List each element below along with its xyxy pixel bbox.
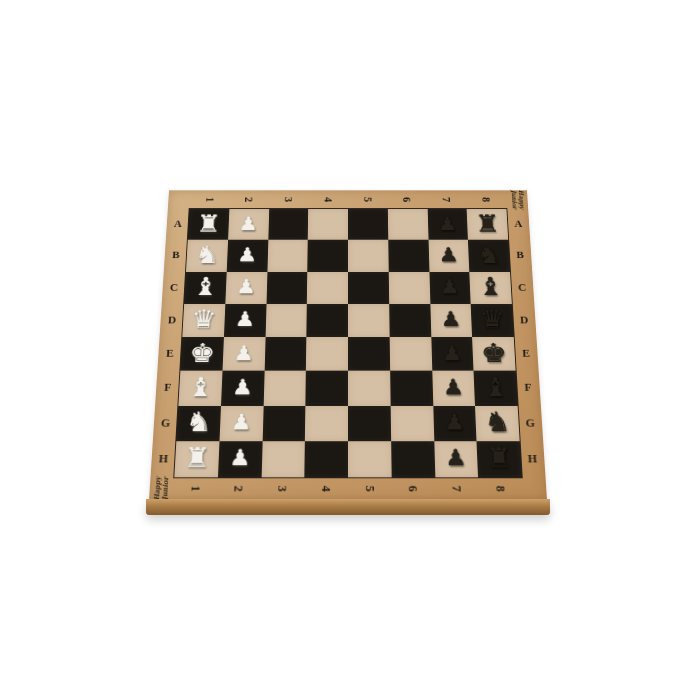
white-king: ♚ [189,340,216,366]
square-c7: ♟ [429,272,471,304]
logo-line2: Junior [509,190,517,209]
file-label-E-left: E [157,337,182,371]
rank-label-text: 7 [439,197,454,202]
square-a1: ♜ [188,209,229,240]
square-a3 [268,209,308,240]
rank-label-text: 3 [275,486,291,492]
file-label-text: A [173,218,182,230]
square-e5 [348,337,390,371]
rank-label-1-top: 1 [190,190,230,209]
rank-label-5-top: 5 [348,190,388,209]
file-label-D-left: D [160,304,185,337]
square-a7: ♟ [427,209,468,240]
square-b6 [388,240,429,272]
rank-label-text: 5 [362,486,378,492]
square-h7: ♟ [434,441,478,477]
square-g8: ♞ [475,406,519,441]
white-pawn: ♟ [238,214,258,233]
white-rook: ♜ [196,212,222,236]
white-queen: ♛ [191,307,218,332]
rank-label-text: 8 [479,197,494,202]
rank-label-3-top: 3 [269,190,309,209]
square-f5 [348,371,390,406]
box-side-edge [146,499,550,515]
black-pawn: ♟ [438,245,458,264]
rank-label-3-bottom: 3 [261,477,305,500]
square-b3 [267,240,308,272]
black-knight: ♞ [476,243,502,267]
file-label-F-left: F [155,371,180,406]
file-label-text: F [524,381,532,394]
square-h4 [305,441,348,477]
file-label-C-left: C [162,272,186,304]
square-g6 [390,406,433,441]
square-f8: ♝ [474,371,518,406]
rank-label-text: 6 [405,486,421,492]
file-label-A-left: A [166,209,190,240]
black-bishop: ♝ [482,374,509,400]
black-rook: ♜ [485,444,513,472]
square-b7: ♟ [428,240,469,272]
square-d6 [389,304,431,337]
chess-board: 12345678HappyJuniorA♜♟♟♜AB♞♟♟♞BC♝♟♟♝CD♛♟… [149,190,547,500]
square-h2: ♟ [218,441,262,477]
square-h5 [348,441,391,477]
square-b1: ♞ [186,240,228,272]
square-h1: ♜ [174,441,219,477]
file-label-A-right: A [506,209,530,240]
black-knight: ♞ [484,409,512,436]
rank-label-4-top: 4 [308,190,348,209]
square-c5 [348,272,389,304]
black-king: ♚ [480,340,507,366]
rank-label-text: 6 [400,197,415,202]
file-label-F-right: F [516,371,541,406]
white-pawn: ♟ [236,277,257,297]
rank-label-text: 7 [449,486,465,492]
rank-label-8-top: 8 [466,190,506,209]
white-pawn: ♟ [232,377,253,398]
square-d5 [348,304,389,337]
white-bishop: ♝ [187,374,214,400]
square-f6 [390,371,433,406]
square-b8: ♞ [468,240,510,272]
rank-label-text: 2 [242,197,257,202]
file-label-text: C [518,281,527,293]
file-label-C-right: C [510,272,534,304]
square-f2: ♟ [221,371,264,406]
black-rook: ♜ [475,212,501,236]
square-h8: ♜ [477,441,522,477]
square-f4 [306,371,348,406]
square-c2: ♟ [225,272,267,304]
file-label-text: D [520,314,529,327]
rank-label-text: 5 [361,197,375,202]
happy-junior-logo: HappyJunior [509,190,525,209]
file-label-text: B [516,250,524,262]
white-pawn: ♟ [230,411,252,433]
logo-line2: Junior [161,477,170,500]
corner-bl: HappyJunior [149,477,174,500]
file-label-text: H [527,452,537,466]
file-label-text: D [167,314,176,327]
rank-label-text: 8 [492,486,508,492]
square-c4 [307,272,348,304]
square-e3 [264,337,306,371]
square-d8: ♛ [471,304,514,337]
square-a2: ♟ [228,209,269,240]
file-label-text: E [522,347,530,360]
corner-tr: HappyJunior [505,190,528,209]
file-label-text: A [514,218,523,230]
file-label-G-right: G [518,406,544,441]
rank-label-6-top: 6 [387,190,427,209]
square-c1: ♝ [184,272,226,304]
square-g1: ♞ [176,406,220,441]
square-b4 [307,240,348,272]
white-bishop: ♝ [192,274,218,299]
rank-label-text: 4 [318,486,334,492]
rank-label-7-top: 7 [427,190,467,209]
black-pawn: ♟ [442,343,463,364]
file-label-B-left: B [164,240,188,272]
rank-label-text: 2 [231,486,247,492]
black-bishop: ♝ [477,274,503,299]
square-d4 [307,304,348,337]
rank-label-8-bottom: 8 [478,477,523,500]
square-e1: ♚ [180,337,223,371]
file-label-text: E [166,347,174,360]
rank-label-text: 4 [321,197,335,202]
square-g2: ♟ [219,406,263,441]
white-rook: ♜ [183,444,211,472]
file-label-text: H [158,452,168,466]
file-label-H-left: H [150,441,176,477]
rank-label-5-bottom: 5 [348,477,392,500]
rank-label-7-bottom: 7 [435,477,479,500]
square-a5 [348,209,388,240]
black-pawn: ♟ [439,277,460,297]
square-g3 [262,406,305,441]
black-pawn: ♟ [437,214,457,233]
corner-top-left [168,190,191,209]
white-pawn: ♟ [233,343,254,364]
corner-bottom-right [522,477,547,500]
rank-label-text: 1 [202,197,217,202]
black-pawn: ♟ [445,447,467,469]
square-g7: ♟ [433,406,477,441]
file-label-H-right: H [520,441,546,477]
square-d2: ♟ [224,304,266,337]
square-a6 [388,209,428,240]
rank-label-4-bottom: 4 [304,477,348,500]
file-label-D-right: D [512,304,537,337]
square-d1: ♛ [182,304,225,337]
white-pawn: ♟ [235,309,256,329]
black-pawn: ♟ [441,309,462,329]
square-d7: ♟ [430,304,472,337]
file-label-text: G [525,416,535,430]
white-knight: ♞ [194,243,220,267]
white-pawn: ♟ [229,447,251,469]
file-label-E-right: E [514,337,539,371]
black-pawn: ♟ [444,411,466,433]
black-pawn: ♟ [443,377,464,398]
square-e8: ♚ [472,337,515,371]
file-label-text: C [169,281,178,293]
rank-label-text: 1 [187,486,203,492]
file-label-text: F [164,381,172,394]
file-label-text: G [161,416,171,430]
rank-label-text: 3 [282,197,297,202]
happy-junior-logo: HappyJunior [153,477,170,501]
square-c6 [389,272,430,304]
square-c8: ♝ [470,272,512,304]
square-e4 [306,337,348,371]
rank-label-1-bottom: 1 [173,477,218,500]
square-g5 [348,406,391,441]
white-pawn: ♟ [237,245,257,264]
square-e7: ♟ [431,337,474,371]
square-e6 [389,337,431,371]
square-g4 [305,406,348,441]
square-h3 [261,441,305,477]
file-label-G-left: G [153,406,179,441]
black-queen: ♛ [479,307,506,332]
rank-label-2-top: 2 [229,190,269,209]
square-d3 [265,304,307,337]
rank-label-6-bottom: 6 [391,477,435,500]
square-a4 [308,209,348,240]
rank-label-2-bottom: 2 [217,477,261,500]
square-e2: ♟ [222,337,265,371]
board-perspective-wrap: 12345678HappyJuniorA♜♟♟♜AB♞♟♟♞BC♝♟♟♝CD♛♟… [149,190,547,500]
square-b2: ♟ [226,240,267,272]
square-b5 [348,240,389,272]
square-f7: ♟ [432,371,475,406]
file-label-text: B [172,250,180,262]
product-photo-scene: 12345678HappyJuniorA♜♟♟♜AB♞♟♟♞BC♝♟♟♝CD♛♟… [0,0,700,700]
square-c3 [266,272,307,304]
square-h6 [391,441,435,477]
white-knight: ♞ [185,409,213,436]
file-label-B-right: B [508,240,532,272]
square-a8: ♜ [467,209,508,240]
square-f3 [263,371,306,406]
square-f1: ♝ [178,371,222,406]
